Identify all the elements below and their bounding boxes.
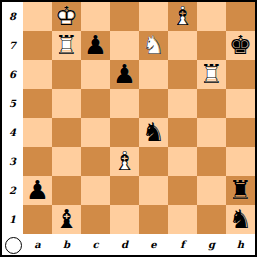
- square-h5[interactable]: [226, 89, 255, 118]
- square-g5[interactable]: [197, 89, 226, 118]
- black-pawn-icon: ♟: [23, 176, 52, 205]
- square-h7[interactable]: ♚: [226, 31, 255, 60]
- square-d6[interactable]: ♟: [110, 60, 139, 89]
- square-d1[interactable]: [110, 205, 139, 234]
- square-a6[interactable]: [23, 60, 52, 89]
- square-e4[interactable]: ♞: [139, 118, 168, 147]
- square-b4[interactable]: [52, 118, 81, 147]
- square-h2[interactable]: ♜: [226, 176, 255, 205]
- rank-label-7: 7: [2, 31, 23, 60]
- square-f6[interactable]: [168, 60, 197, 89]
- square-b1[interactable]: ♝: [52, 205, 81, 234]
- rank-label-4: 4: [2, 118, 23, 147]
- square-b2[interactable]: [52, 176, 81, 205]
- black-knight-icon: ♞: [226, 205, 255, 234]
- rank-label-8: 8: [2, 2, 23, 31]
- square-a7[interactable]: [23, 31, 52, 60]
- square-d5[interactable]: [110, 89, 139, 118]
- rank-label-6: 6: [2, 60, 23, 89]
- chess-board: ♚♔♝♗♜♖♟♞♘♚♟♜♖♞♝♗♟♜♝♞: [23, 2, 255, 234]
- chess-diagram: ♚♔♝♗♜♖♟♞♘♚♟♜♖♞♝♗♟♜♝♞ 87654321 abcdefgh: [0, 0, 257, 257]
- square-f2[interactable]: [168, 176, 197, 205]
- white-bishop-icon: ♝♗: [168, 2, 197, 31]
- black-rook-icon: ♜: [226, 176, 255, 205]
- file-label-e: e: [139, 234, 168, 255]
- square-g7[interactable]: [197, 31, 226, 60]
- square-h6[interactable]: [226, 60, 255, 89]
- square-h3[interactable]: [226, 147, 255, 176]
- white-to-move-indicator: [5, 237, 22, 254]
- square-h4[interactable]: [226, 118, 255, 147]
- square-a1[interactable]: [23, 205, 52, 234]
- square-c6[interactable]: [81, 60, 110, 89]
- square-h8[interactable]: [226, 2, 255, 31]
- black-king-icon: ♚: [226, 31, 255, 60]
- square-e5[interactable]: [139, 89, 168, 118]
- square-b6[interactable]: [52, 60, 81, 89]
- square-d4[interactable]: [110, 118, 139, 147]
- black-pawn-icon: ♟: [110, 60, 139, 89]
- white-rook-icon: ♜♖: [197, 60, 226, 89]
- black-bishop-icon: ♝: [52, 205, 81, 234]
- square-f3[interactable]: [168, 147, 197, 176]
- square-f8[interactable]: ♝♗: [168, 2, 197, 31]
- file-label-f: f: [168, 234, 197, 255]
- file-label-b: b: [52, 234, 81, 255]
- square-c5[interactable]: [81, 89, 110, 118]
- square-f1[interactable]: [168, 205, 197, 234]
- square-f4[interactable]: [168, 118, 197, 147]
- file-label-a: a: [23, 234, 52, 255]
- rank-label-3: 3: [2, 147, 23, 176]
- square-g1[interactable]: [197, 205, 226, 234]
- square-d3[interactable]: ♝♗: [110, 147, 139, 176]
- square-g6[interactable]: ♜♖: [197, 60, 226, 89]
- file-label-h: h: [226, 234, 255, 255]
- rank-label-5: 5: [2, 89, 23, 118]
- square-a2[interactable]: ♟: [23, 176, 52, 205]
- black-pawn-icon: ♟: [81, 31, 110, 60]
- square-a8[interactable]: [23, 2, 52, 31]
- square-c2[interactable]: [81, 176, 110, 205]
- square-e3[interactable]: [139, 147, 168, 176]
- square-f7[interactable]: [168, 31, 197, 60]
- white-bishop-icon: ♝♗: [110, 147, 139, 176]
- black-knight-icon: ♞: [139, 118, 168, 147]
- file-label-d: d: [110, 234, 139, 255]
- square-e2[interactable]: [139, 176, 168, 205]
- square-e1[interactable]: [139, 205, 168, 234]
- rank-label-1: 1: [2, 205, 23, 234]
- square-g8[interactable]: [197, 2, 226, 31]
- square-a3[interactable]: [23, 147, 52, 176]
- white-king-icon: ♚♔: [52, 2, 81, 31]
- square-c3[interactable]: [81, 147, 110, 176]
- file-labels: abcdefgh: [23, 234, 255, 255]
- square-b5[interactable]: [52, 89, 81, 118]
- file-label-g: g: [197, 234, 226, 255]
- rank-label-2: 2: [2, 176, 23, 205]
- square-c4[interactable]: [81, 118, 110, 147]
- square-a5[interactable]: [23, 89, 52, 118]
- square-c7[interactable]: ♟: [81, 31, 110, 60]
- square-e8[interactable]: [139, 2, 168, 31]
- square-d8[interactable]: [110, 2, 139, 31]
- white-knight-icon: ♞♘: [139, 31, 168, 60]
- square-e7[interactable]: ♞♘: [139, 31, 168, 60]
- square-c1[interactable]: [81, 205, 110, 234]
- square-b8[interactable]: ♚♔: [52, 2, 81, 31]
- rank-labels: 87654321: [2, 2, 23, 234]
- square-h1[interactable]: ♞: [226, 205, 255, 234]
- square-g4[interactable]: [197, 118, 226, 147]
- square-d7[interactable]: [110, 31, 139, 60]
- square-a4[interactable]: [23, 118, 52, 147]
- square-e6[interactable]: [139, 60, 168, 89]
- square-g2[interactable]: [197, 176, 226, 205]
- square-g3[interactable]: [197, 147, 226, 176]
- square-d2[interactable]: [110, 176, 139, 205]
- square-f5[interactable]: [168, 89, 197, 118]
- square-c8[interactable]: [81, 2, 110, 31]
- file-label-c: c: [81, 234, 110, 255]
- square-b3[interactable]: [52, 147, 81, 176]
- white-rook-icon: ♜♖: [52, 31, 81, 60]
- square-b7[interactable]: ♜♖: [52, 31, 81, 60]
